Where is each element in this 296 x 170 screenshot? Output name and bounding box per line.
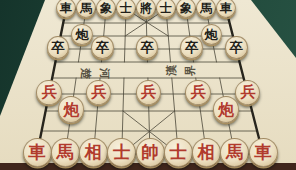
piece-red-general[interactable]: 帥	[136, 138, 165, 167]
river-character: 漢	[164, 65, 179, 76]
river-character: 河	[97, 68, 112, 79]
piece-black-elephant[interactable]: 象	[176, 0, 196, 18]
piece-black-advisor[interactable]: 士	[116, 0, 136, 18]
piece-red-horse[interactable]: 馬	[51, 138, 80, 167]
piece-red-soldier[interactable]: 兵	[136, 80, 161, 105]
piece-red-soldier[interactable]: 兵	[185, 80, 210, 105]
piece-red-cannon[interactable]: 炮	[213, 96, 239, 122]
piece-black-chariot[interactable]: 車	[56, 0, 76, 18]
piece-black-soldier[interactable]: 卒	[91, 36, 114, 59]
piece-black-elephant[interactable]: 象	[96, 0, 116, 18]
piece-black-chariot[interactable]: 車	[216, 0, 236, 18]
xiangqi-photo-scene: 楚河 漢界 車馬象士將士象馬車炮炮卒卒卒卒卒兵兵兵兵兵炮炮車馬相士帥士相馬車	[0, 0, 296, 170]
piece-red-cannon[interactable]: 炮	[58, 96, 84, 122]
piece-black-advisor[interactable]: 士	[156, 0, 176, 18]
river-label-chu-he: 楚河	[80, 66, 110, 81]
piece-red-chariot[interactable]: 車	[23, 138, 52, 167]
piece-red-elephant[interactable]: 相	[79, 138, 108, 167]
piece-black-horse[interactable]: 馬	[76, 0, 96, 18]
piece-black-soldier[interactable]: 卒	[47, 36, 70, 59]
piece-red-chariot[interactable]: 車	[249, 138, 278, 167]
piece-red-soldier[interactable]: 兵	[36, 80, 61, 105]
piece-black-general[interactable]: 將	[136, 0, 156, 18]
piece-black-soldier[interactable]: 卒	[136, 36, 159, 59]
piece-black-cannon[interactable]: 炮	[71, 24, 93, 46]
piece-red-elephant[interactable]: 相	[192, 138, 221, 167]
river-character: 楚	[78, 68, 93, 79]
piece-black-horse[interactable]: 馬	[196, 0, 216, 18]
piece-black-soldier[interactable]: 卒	[180, 36, 203, 59]
river-label-han-jie: 漢界	[166, 63, 196, 78]
river-character: 界	[183, 65, 198, 76]
piece-black-soldier[interactable]: 卒	[225, 36, 248, 59]
piece-red-advisor[interactable]: 士	[164, 138, 193, 167]
